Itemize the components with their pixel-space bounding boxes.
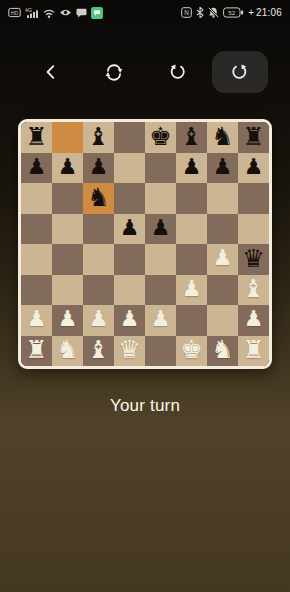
black-knight: ♞ xyxy=(87,185,109,210)
square-e4[interactable] xyxy=(145,244,176,275)
svg-text:HD: HD xyxy=(11,10,19,16)
square-g7[interactable]: ♟ xyxy=(207,153,238,184)
square-d1[interactable]: ♛ xyxy=(114,336,145,367)
square-b7[interactable]: ♟ xyxy=(52,153,83,184)
square-g8[interactable]: ♞ xyxy=(207,122,238,153)
white-pawn: ♟ xyxy=(58,308,78,330)
square-b4[interactable] xyxy=(52,244,83,275)
square-f8[interactable]: ♝ xyxy=(176,122,207,153)
square-c1[interactable]: ♝ xyxy=(83,336,114,367)
black-pawn: ♟ xyxy=(27,156,47,178)
white-pawn: ♟ xyxy=(213,247,233,269)
black-queen: ♛ xyxy=(242,246,264,271)
black-pawn: ♟ xyxy=(244,156,264,178)
square-c2[interactable]: ♟ xyxy=(83,305,114,336)
square-h4[interactable]: ♛ xyxy=(238,244,269,275)
white-pawn: ♟ xyxy=(120,308,140,330)
sync-icon xyxy=(103,61,125,83)
square-h5[interactable] xyxy=(238,214,269,245)
white-queen: ♛ xyxy=(118,337,140,362)
square-f3[interactable]: ♟ xyxy=(176,275,207,306)
turn-label: Your turn xyxy=(0,396,290,416)
battery-icon: 52 xyxy=(223,7,244,18)
square-a6[interactable] xyxy=(21,183,52,214)
square-f4[interactable] xyxy=(176,244,207,275)
green-message-icon xyxy=(91,7,103,19)
square-g3[interactable] xyxy=(207,275,238,306)
square-a7[interactable]: ♟ xyxy=(21,153,52,184)
square-e2[interactable]: ♟ xyxy=(145,305,176,336)
status-right-icons: N 52 + 21:06 xyxy=(181,7,282,18)
square-b3[interactable] xyxy=(52,275,83,306)
square-b8[interactable] xyxy=(52,122,83,153)
bell-muted-icon xyxy=(208,7,219,18)
signal-4g-icon: 4G xyxy=(25,7,39,18)
square-b2[interactable]: ♟ xyxy=(52,305,83,336)
square-b5[interactable] xyxy=(52,214,83,245)
square-f5[interactable] xyxy=(176,214,207,245)
clock-time: 21:06 xyxy=(256,7,282,18)
square-g1[interactable]: ♞ xyxy=(207,336,238,367)
back-button[interactable] xyxy=(23,51,79,93)
white-pawn: ♟ xyxy=(244,308,264,330)
black-pawn: ♟ xyxy=(89,156,109,178)
white-bishop: ♝ xyxy=(242,276,264,301)
square-f7[interactable]: ♟ xyxy=(176,153,207,184)
chess-board: ♜♝♚♝♞♜♟♟♟♟♟♟♞♟♟♟♛♟♝♟♟♟♟♟♟♜♞♝♛♚♞♜ xyxy=(21,122,269,366)
status-bar: HD 4G xyxy=(0,0,290,22)
square-h2[interactable]: ♟ xyxy=(238,305,269,336)
redo-button[interactable] xyxy=(212,51,268,93)
square-h6[interactable] xyxy=(238,183,269,214)
square-c6[interactable]: ♞ xyxy=(83,183,114,214)
square-g5[interactable] xyxy=(207,214,238,245)
square-f1[interactable]: ♚ xyxy=(176,336,207,367)
white-pawn: ♟ xyxy=(27,308,47,330)
square-c3[interactable] xyxy=(83,275,114,306)
charging-indicator: + xyxy=(248,7,254,18)
black-bishop: ♝ xyxy=(180,124,202,149)
black-pawn: ♟ xyxy=(151,217,171,239)
black-bishop: ♝ xyxy=(87,124,109,149)
black-pawn: ♟ xyxy=(213,156,233,178)
square-b6[interactable] xyxy=(52,183,83,214)
square-f2[interactable] xyxy=(176,305,207,336)
black-pawn: ♟ xyxy=(120,217,140,239)
hd-icon: HD xyxy=(8,7,21,18)
square-e6[interactable] xyxy=(145,183,176,214)
white-pawn: ♟ xyxy=(182,278,202,300)
square-h7[interactable]: ♟ xyxy=(238,153,269,184)
black-rook: ♜ xyxy=(242,124,264,149)
white-rook: ♜ xyxy=(25,337,47,362)
redo-icon xyxy=(229,61,251,83)
chat-icon xyxy=(76,8,87,18)
undo-icon xyxy=(166,61,188,83)
square-a3[interactable] xyxy=(21,275,52,306)
square-d4[interactable] xyxy=(114,244,145,275)
square-f6[interactable] xyxy=(176,183,207,214)
square-a1[interactable]: ♜ xyxy=(21,336,52,367)
board-frame: ♜♝♚♝♞♜♟♟♟♟♟♟♞♟♟♟♛♟♝♟♟♟♟♟♟♜♞♝♛♚♞♜ xyxy=(18,119,272,369)
square-a2[interactable]: ♟ xyxy=(21,305,52,336)
svg-text:4G: 4G xyxy=(25,7,32,13)
square-c5[interactable] xyxy=(83,214,114,245)
new-game-button[interactable] xyxy=(86,51,142,93)
square-e1[interactable] xyxy=(145,336,176,367)
white-pawn: ♟ xyxy=(89,308,109,330)
undo-button[interactable] xyxy=(149,51,205,93)
white-knight: ♞ xyxy=(211,337,233,362)
square-c4[interactable] xyxy=(83,244,114,275)
black-king: ♚ xyxy=(149,124,171,149)
square-e3[interactable] xyxy=(145,275,176,306)
square-g2[interactable] xyxy=(207,305,238,336)
square-e7[interactable] xyxy=(145,153,176,184)
svg-text:N: N xyxy=(184,9,189,16)
square-d7[interactable] xyxy=(114,153,145,184)
status-left-icons: HD 4G xyxy=(8,7,103,19)
square-a5[interactable] xyxy=(21,214,52,245)
eye-icon xyxy=(59,8,72,17)
nfc-icon: N xyxy=(181,7,192,18)
square-a4[interactable] xyxy=(21,244,52,275)
square-c7[interactable]: ♟ xyxy=(83,153,114,184)
white-king: ♚ xyxy=(180,337,202,362)
square-a8[interactable]: ♜ xyxy=(21,122,52,153)
black-pawn: ♟ xyxy=(182,156,202,178)
app-screen: HD 4G xyxy=(0,0,290,592)
square-d8[interactable] xyxy=(114,122,145,153)
square-c8[interactable]: ♝ xyxy=(83,122,114,153)
white-rook: ♜ xyxy=(242,337,264,362)
black-pawn: ♟ xyxy=(58,156,78,178)
square-h3[interactable]: ♝ xyxy=(238,275,269,306)
white-bishop: ♝ xyxy=(87,337,109,362)
square-d6[interactable] xyxy=(114,183,145,214)
white-knight: ♞ xyxy=(56,337,78,362)
square-h1[interactable]: ♜ xyxy=(238,336,269,367)
square-g6[interactable] xyxy=(207,183,238,214)
square-g4[interactable]: ♟ xyxy=(207,244,238,275)
square-b1[interactable]: ♞ xyxy=(52,336,83,367)
square-e5[interactable]: ♟ xyxy=(145,214,176,245)
square-d5[interactable]: ♟ xyxy=(114,214,145,245)
white-pawn: ♟ xyxy=(151,308,171,330)
battery-percent-text: 52 xyxy=(228,9,235,16)
back-chevron-icon xyxy=(40,61,62,83)
square-e8[interactable]: ♚ xyxy=(145,122,176,153)
square-h8[interactable]: ♜ xyxy=(238,122,269,153)
toolbar xyxy=(0,51,290,93)
wifi-icon xyxy=(43,8,55,18)
square-d3[interactable] xyxy=(114,275,145,306)
bluetooth-icon xyxy=(196,7,204,18)
black-rook: ♜ xyxy=(25,124,47,149)
black-knight: ♞ xyxy=(211,124,233,149)
square-d2[interactable]: ♟ xyxy=(114,305,145,336)
